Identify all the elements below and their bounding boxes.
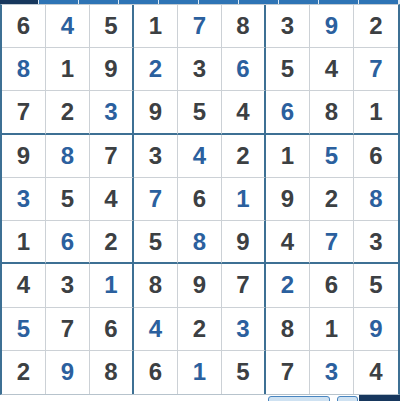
cell-r4c9[interactable]: 6 bbox=[354, 135, 398, 178]
cell-r9c5[interactable]: 1 bbox=[178, 351, 222, 394]
cell-r9c1[interactable]: 2 bbox=[2, 351, 46, 394]
cell-r9c8[interactable]: 3 bbox=[310, 351, 354, 394]
solved-digit: 9 bbox=[61, 360, 74, 384]
cell-r5c6[interactable]: 1 bbox=[222, 178, 266, 221]
solved-digit: 8 bbox=[17, 57, 30, 81]
cell-r7c9[interactable]: 5 bbox=[354, 264, 398, 307]
solved-digit: 9 bbox=[325, 14, 338, 38]
solved-digit: 4 bbox=[149, 317, 162, 341]
cell-r2c7[interactable]: 5 bbox=[266, 48, 310, 91]
given-digit: 3 bbox=[369, 230, 382, 254]
given-digit: 9 bbox=[193, 273, 206, 297]
cell-r5c1[interactable]: 3 bbox=[2, 178, 46, 221]
cell-r6c4[interactable]: 5 bbox=[134, 221, 178, 264]
given-digit: 9 bbox=[104, 57, 117, 81]
cell-r1c5[interactable]: 7 bbox=[178, 5, 222, 48]
given-digit: 7 bbox=[104, 144, 117, 168]
given-digit: 4 bbox=[104, 187, 117, 211]
cell-r2c1[interactable]: 8 bbox=[2, 48, 46, 91]
solved-digit: 6 bbox=[281, 100, 294, 124]
cell-r2c6[interactable]: 6 bbox=[222, 48, 266, 91]
cell-r3c4[interactable]: 9 bbox=[134, 91, 178, 134]
solved-digit: 3 bbox=[236, 317, 249, 341]
solved-digit: 8 bbox=[193, 230, 206, 254]
given-digit: 6 bbox=[104, 317, 117, 341]
cell-r4c3[interactable]: 7 bbox=[90, 135, 134, 178]
cell-r1c3[interactable]: 5 bbox=[90, 5, 134, 48]
given-digit: 9 bbox=[236, 230, 249, 254]
given-digit: 1 bbox=[149, 14, 162, 38]
sudoku-board: 6451783928192365477239546819873421563547… bbox=[0, 4, 400, 395]
given-digit: 2 bbox=[325, 187, 338, 211]
solved-digit: 5 bbox=[325, 144, 338, 168]
given-digit: 6 bbox=[193, 187, 206, 211]
given-digit: 5 bbox=[104, 14, 117, 38]
given-digit: 2 bbox=[104, 230, 117, 254]
given-digit: 5 bbox=[149, 230, 162, 254]
solved-digit: 9 bbox=[369, 317, 382, 341]
solved-digit: 4 bbox=[193, 144, 206, 168]
cell-r7c2[interactable]: 3 bbox=[46, 264, 90, 307]
cutoff-button-2[interactable] bbox=[337, 396, 358, 401]
given-digit: 8 bbox=[281, 317, 294, 341]
cell-r7c1[interactable]: 4 bbox=[2, 264, 46, 307]
solved-digit: 3 bbox=[325, 360, 338, 384]
given-digit: 8 bbox=[104, 360, 117, 384]
cell-r3c8[interactable]: 8 bbox=[310, 91, 354, 134]
cell-r9c6[interactable]: 5 bbox=[222, 351, 266, 394]
given-digit: 5 bbox=[193, 100, 206, 124]
given-digit: 4 bbox=[281, 230, 294, 254]
given-digit: 7 bbox=[281, 360, 294, 384]
cell-r2c9[interactable]: 7 bbox=[354, 48, 398, 91]
solved-digit: 1 bbox=[193, 360, 206, 384]
solved-digit: 8 bbox=[61, 144, 74, 168]
cell-r6c3[interactable]: 2 bbox=[90, 221, 134, 264]
sudoku-app: 6451783928192365477239546819873421563547… bbox=[0, 0, 400, 401]
solved-digit: 4 bbox=[61, 14, 74, 38]
cell-r7c3[interactable]: 1 bbox=[90, 264, 134, 307]
given-digit: 5 bbox=[61, 187, 74, 211]
cell-r7c5[interactable]: 9 bbox=[178, 264, 222, 307]
cell-r2c4[interactable]: 2 bbox=[134, 48, 178, 91]
given-digit: 5 bbox=[281, 57, 294, 81]
solved-digit: 1 bbox=[236, 187, 249, 211]
cell-r9c7[interactable]: 7 bbox=[266, 351, 310, 394]
cell-r7c6[interactable]: 7 bbox=[222, 264, 266, 307]
solved-digit: 2 bbox=[281, 273, 294, 297]
cell-r8c4[interactable]: 4 bbox=[134, 308, 178, 351]
given-digit: 6 bbox=[369, 144, 382, 168]
cell-r6c2[interactable]: 6 bbox=[46, 221, 90, 264]
given-digit: 3 bbox=[149, 144, 162, 168]
given-digit: 5 bbox=[236, 360, 249, 384]
cutoff-button-3[interactable] bbox=[359, 395, 400, 401]
cell-r9c4[interactable]: 6 bbox=[134, 351, 178, 394]
cell-r4c5[interactable]: 4 bbox=[178, 135, 222, 178]
cell-r6c9[interactable]: 3 bbox=[354, 221, 398, 264]
cutoff-button-1[interactable] bbox=[268, 396, 330, 401]
cell-r3c5[interactable]: 5 bbox=[178, 91, 222, 134]
cell-r3c2[interactable]: 2 bbox=[46, 91, 90, 134]
cell-r2c2[interactable]: 1 bbox=[46, 48, 90, 91]
cell-r5c8[interactable]: 2 bbox=[310, 178, 354, 221]
cell-r1c7[interactable]: 3 bbox=[266, 5, 310, 48]
solved-digit: 7 bbox=[149, 187, 162, 211]
given-digit: 3 bbox=[281, 14, 294, 38]
given-digit: 9 bbox=[281, 187, 294, 211]
cell-r9c2[interactable]: 9 bbox=[46, 351, 90, 394]
given-digit: 2 bbox=[369, 14, 382, 38]
cell-r9c3[interactable]: 8 bbox=[90, 351, 134, 394]
solved-digit: 2 bbox=[149, 57, 162, 81]
cell-r8c3[interactable]: 6 bbox=[90, 308, 134, 351]
cell-r3c3[interactable]: 3 bbox=[90, 91, 134, 134]
cell-r9c9[interactable]: 4 bbox=[354, 351, 398, 394]
given-digit: 4 bbox=[325, 57, 338, 81]
given-digit: 8 bbox=[149, 273, 162, 297]
given-digit: 4 bbox=[369, 360, 382, 384]
cell-r5c5[interactable]: 6 bbox=[178, 178, 222, 221]
cell-r4c8[interactable]: 5 bbox=[310, 135, 354, 178]
cell-r8c1[interactable]: 5 bbox=[2, 308, 46, 351]
cell-r3c1[interactable]: 7 bbox=[2, 91, 46, 134]
given-digit: 6 bbox=[149, 360, 162, 384]
given-digit: 2 bbox=[236, 144, 249, 168]
given-digit: 8 bbox=[236, 14, 249, 38]
cell-r7c7[interactable]: 2 bbox=[266, 264, 310, 307]
cell-r2c8[interactable]: 4 bbox=[310, 48, 354, 91]
cell-r5c3[interactable]: 4 bbox=[90, 178, 134, 221]
given-digit: 1 bbox=[281, 144, 294, 168]
given-digit: 5 bbox=[369, 273, 382, 297]
given-digit: 9 bbox=[17, 144, 30, 168]
cell-r1c9[interactable]: 2 bbox=[354, 5, 398, 48]
cell-r8c9[interactable]: 9 bbox=[354, 308, 398, 351]
cell-r4c6[interactable]: 2 bbox=[222, 135, 266, 178]
given-digit: 8 bbox=[325, 100, 338, 124]
solved-digit: 5 bbox=[17, 317, 30, 341]
cell-r1c1[interactable]: 6 bbox=[2, 5, 46, 48]
cell-r7c4[interactable]: 8 bbox=[134, 264, 178, 307]
cell-r1c8[interactable]: 9 bbox=[310, 5, 354, 48]
solved-digit: 7 bbox=[325, 230, 338, 254]
given-digit: 1 bbox=[369, 100, 382, 124]
cell-r8c6[interactable]: 3 bbox=[222, 308, 266, 351]
cell-r6c1[interactable]: 1 bbox=[2, 221, 46, 264]
given-digit: 6 bbox=[325, 273, 338, 297]
cell-r5c9[interactable]: 8 bbox=[354, 178, 398, 221]
given-digit: 1 bbox=[17, 230, 30, 254]
given-digit: 7 bbox=[61, 317, 74, 341]
given-digit: 4 bbox=[236, 100, 249, 124]
given-digit: 6 bbox=[17, 14, 30, 38]
given-digit: 9 bbox=[149, 100, 162, 124]
given-digit: 2 bbox=[17, 360, 30, 384]
solved-digit: 7 bbox=[193, 14, 206, 38]
cell-r4c1[interactable]: 9 bbox=[2, 135, 46, 178]
cell-r1c6[interactable]: 8 bbox=[222, 5, 266, 48]
cell-r5c2[interactable]: 5 bbox=[46, 178, 90, 221]
cell-r6c5[interactable]: 8 bbox=[178, 221, 222, 264]
cell-r8c7[interactable]: 8 bbox=[266, 308, 310, 351]
given-digit: 3 bbox=[61, 273, 74, 297]
cell-r3c7[interactable]: 6 bbox=[266, 91, 310, 134]
cell-r7c8[interactable]: 6 bbox=[310, 264, 354, 307]
cell-r5c4[interactable]: 7 bbox=[134, 178, 178, 221]
cell-r3c9[interactable]: 1 bbox=[354, 91, 398, 134]
cell-r6c6[interactable]: 9 bbox=[222, 221, 266, 264]
cell-r4c2[interactable]: 8 bbox=[46, 135, 90, 178]
solved-digit: 6 bbox=[61, 230, 74, 254]
solved-digit: 6 bbox=[236, 57, 249, 81]
solved-digit: 1 bbox=[104, 273, 117, 297]
cell-r3c6[interactable]: 4 bbox=[222, 91, 266, 134]
cell-r6c8[interactable]: 7 bbox=[310, 221, 354, 264]
cell-r4c4[interactable]: 3 bbox=[134, 135, 178, 178]
cell-r8c8[interactable]: 1 bbox=[310, 308, 354, 351]
given-digit: 1 bbox=[61, 57, 74, 81]
given-digit: 7 bbox=[236, 273, 249, 297]
given-digit: 7 bbox=[17, 100, 30, 124]
given-digit: 2 bbox=[61, 100, 74, 124]
solved-digit: 3 bbox=[17, 187, 30, 211]
cell-r6c7[interactable]: 4 bbox=[266, 221, 310, 264]
cell-r2c3[interactable]: 9 bbox=[90, 48, 134, 91]
cell-r4c7[interactable]: 1 bbox=[266, 135, 310, 178]
given-digit: 2 bbox=[193, 317, 206, 341]
solved-digit: 7 bbox=[369, 57, 382, 81]
cell-r1c2[interactable]: 4 bbox=[46, 5, 90, 48]
solved-digit: 8 bbox=[369, 187, 382, 211]
cell-r2c5[interactable]: 3 bbox=[178, 48, 222, 91]
cell-r8c2[interactable]: 7 bbox=[46, 308, 90, 351]
cell-r1c4[interactable]: 1 bbox=[134, 5, 178, 48]
cell-r8c5[interactable]: 2 bbox=[178, 308, 222, 351]
solved-digit: 3 bbox=[104, 100, 117, 124]
cell-r5c7[interactable]: 9 bbox=[266, 178, 310, 221]
given-digit: 3 bbox=[193, 57, 206, 81]
given-digit: 4 bbox=[17, 273, 30, 297]
given-digit: 1 bbox=[325, 317, 338, 341]
